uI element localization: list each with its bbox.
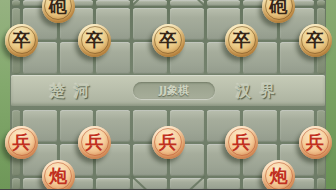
piece-red-soldier[interactable]: 兵 [152, 126, 185, 159]
board-tile [207, 178, 241, 190]
piece-black-soldier[interactable]: 卒 [152, 24, 185, 57]
board-tile [317, 178, 325, 190]
xiangqi-board[interactable]: 楚河 JJ象棋 汉界 砲砲卒卒卒卒卒兵兵兵兵兵炮炮 [10, 0, 326, 189]
river-band: 楚河 JJ象棋 汉界 [11, 75, 325, 106]
board-tile [12, 0, 21, 6]
piece-red-soldier[interactable]: 兵 [225, 126, 258, 159]
piece-red-soldier[interactable]: 兵 [299, 126, 332, 159]
piece-black-soldier[interactable]: 卒 [78, 24, 111, 57]
board-tile [317, 0, 325, 6]
piece-black-soldier[interactable]: 卒 [299, 24, 332, 57]
board-tile [96, 178, 130, 190]
piece-black-soldier[interactable]: 卒 [225, 24, 258, 57]
app-logo-badge: JJ象棋 [133, 82, 215, 99]
board-tile [170, 0, 204, 6]
board-tile [207, 0, 241, 6]
river-text-hanjie: 汉界 [225, 81, 295, 101]
board-tile [96, 0, 130, 6]
river-text-chuhe: 楚河 [39, 81, 109, 101]
piece-red-cannon[interactable]: 炮 [42, 160, 75, 190]
piece-red-soldier[interactable]: 兵 [78, 126, 111, 159]
piece-red-soldier[interactable]: 兵 [5, 126, 38, 159]
piece-red-cannon[interactable]: 炮 [262, 160, 295, 190]
board-tile [133, 0, 167, 6]
piece-black-soldier[interactable]: 卒 [5, 24, 38, 57]
xiangqi-game: 楚河 JJ象棋 汉界 砲砲卒卒卒卒卒兵兵兵兵兵炮炮 [0, 0, 336, 189]
board-tile [12, 178, 21, 190]
board-tile [170, 178, 204, 190]
board-tile [133, 178, 167, 190]
